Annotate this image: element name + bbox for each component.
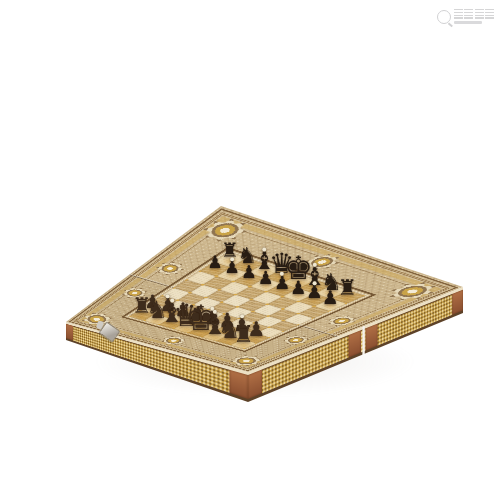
piece-glyph: ♟ bbox=[258, 267, 274, 288]
piece-black-p-d7[interactable]: ♟ bbox=[258, 269, 274, 286]
watermark-characters bbox=[454, 9, 495, 19]
watermark bbox=[437, 9, 495, 24]
piece-black-p-e7[interactable]: ♟ bbox=[274, 274, 290, 291]
bone-tip bbox=[263, 248, 267, 252]
piece-white-r-h1[interactable]: ♜ bbox=[233, 323, 254, 345]
piece-glyph: ♜ bbox=[233, 320, 254, 348]
bone-tip bbox=[312, 281, 316, 285]
piece-black-p-h7[interactable]: ♟ bbox=[322, 288, 339, 306]
bone-tip bbox=[313, 263, 317, 267]
piece-black-p-a7[interactable]: ♟ bbox=[207, 254, 223, 270]
bone-tip bbox=[230, 257, 234, 261]
piece-glyph: ♟ bbox=[241, 262, 257, 282]
piece-black-p-g7[interactable]: ♟ bbox=[306, 283, 323, 301]
pieces-layer: ♜♞♝♛♚♝♞♜♟♟♟♟♟♟♟♟♟♟♟♟♟♟♟♟♜♞♝♛♚♝♞♜ bbox=[0, 0, 500, 500]
bone-tip bbox=[213, 310, 217, 314]
magnifier-circle-icon bbox=[437, 10, 451, 24]
bone-tip bbox=[280, 272, 284, 276]
watermark-subtext bbox=[454, 21, 482, 24]
product-photo-scene: ♜♞♝♛♚♝♞♜♟♟♟♟♟♟♟♟♟♟♟♟♟♟♟♟♜♞♝♛♚♝♞♜ bbox=[0, 0, 500, 500]
piece-black-p-c7[interactable]: ♟ bbox=[241, 264, 257, 281]
piece-glyph: ♟ bbox=[290, 277, 307, 298]
watermark-text-blocks bbox=[454, 9, 495, 24]
piece-black-p-b7[interactable]: ♟ bbox=[224, 259, 240, 276]
piece-black-p-f7[interactable]: ♟ bbox=[290, 279, 307, 297]
piece-black-r-h8[interactable]: ♜ bbox=[338, 278, 357, 299]
piece-glyph: ♜ bbox=[338, 275, 357, 300]
piece-glyph: ♟ bbox=[322, 286, 339, 308]
piece-glyph: ♟ bbox=[207, 252, 223, 272]
